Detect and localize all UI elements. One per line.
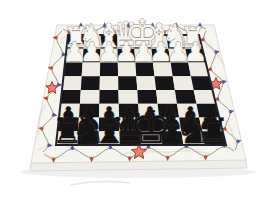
inlay-dot — [167, 156, 169, 158]
marble-chess-set-photo: ♜♞♝♛♚♝♞♜♟♟♟♟♟♟♟♟♟♟♟♟♟♟♟♟♜♞♝♛♚♝♞♜ — [0, 0, 267, 200]
inlay-dot — [91, 157, 93, 159]
inlay-dot — [214, 51, 216, 53]
inlay-dot — [51, 67, 53, 69]
inlay-dot — [236, 141, 238, 143]
inlay-dot — [210, 68, 212, 70]
inlay-dot — [57, 84, 59, 86]
square-b4 — [173, 76, 194, 90]
square-g4 — [81, 76, 100, 90]
inlay-dot — [56, 37, 58, 39]
square-c4 — [155, 76, 175, 90]
piece-black-rook: ♜ — [198, 111, 229, 151]
square-f4 — [100, 76, 119, 90]
chess-board: ♜♞♝♛♚♝♞♜♟♟♟♟♟♟♟♟♟♟♟♟♟♟♟♟♜♞♝♛♚♝♞♜ — [0, 0, 267, 200]
piece-white-pawn: ♟ — [183, 36, 207, 67]
square-e4 — [118, 76, 137, 90]
inlay-dot — [129, 156, 131, 158]
inlay-dot — [42, 128, 44, 130]
inlay-dot — [53, 157, 55, 159]
inlay-dot — [47, 144, 49, 146]
inlay-dot — [46, 98, 48, 100]
square-h4 — [62, 76, 82, 90]
marble-vein — [70, 181, 130, 185]
inlay-dot — [205, 155, 207, 157]
square-d4 — [136, 76, 156, 90]
